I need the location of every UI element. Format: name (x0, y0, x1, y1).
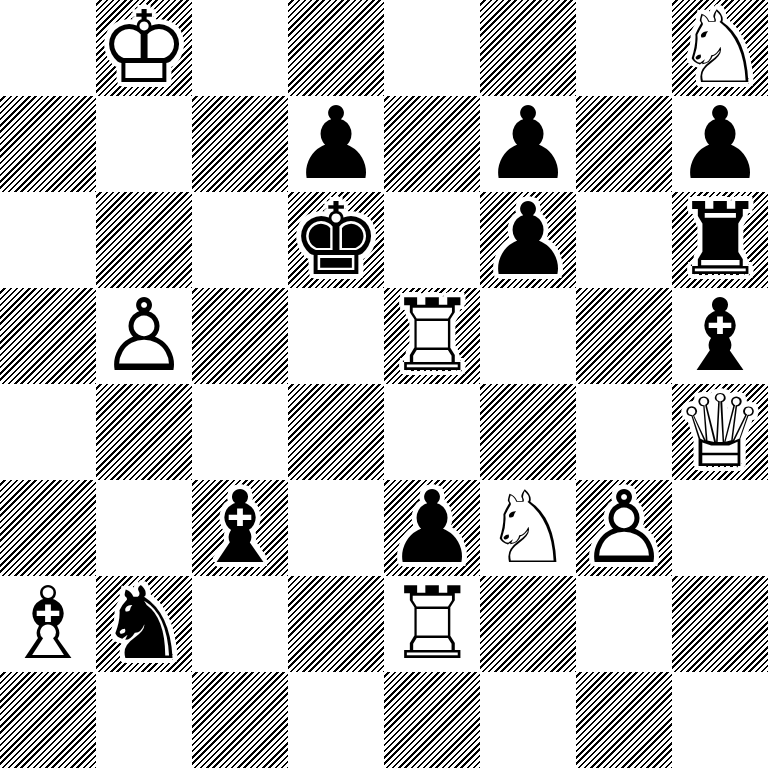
square-a7[interactable] (0, 96, 96, 192)
square-b7[interactable] (96, 96, 192, 192)
square-e5[interactable]: ♜♖ (384, 288, 480, 384)
square-h1[interactable] (672, 672, 768, 768)
square-d4[interactable] (288, 384, 384, 480)
square-d1[interactable] (288, 672, 384, 768)
square-c5[interactable] (192, 288, 288, 384)
black-bishop[interactable]: ♝♝ (192, 480, 288, 576)
square-h6[interactable]: ♜♜ (672, 192, 768, 288)
square-h2[interactable] (672, 576, 768, 672)
square-h5[interactable]: ♝♝ (672, 288, 768, 384)
white-pawn-icon: ♙ (576, 480, 672, 576)
black-rook-icon: ♜ (672, 192, 768, 288)
square-g7[interactable] (576, 96, 672, 192)
white-queen-icon: ♕ (672, 384, 768, 480)
square-e7[interactable] (384, 96, 480, 192)
square-f5[interactable] (480, 288, 576, 384)
black-pawn-icon: ♟ (384, 480, 480, 576)
square-c1[interactable] (192, 672, 288, 768)
black-knight[interactable]: ♞♞ (96, 576, 192, 672)
square-a6[interactable] (0, 192, 96, 288)
black-bishop-icon: ♝ (672, 288, 768, 384)
square-d6[interactable]: ♚♚ (288, 192, 384, 288)
white-queen[interactable]: ♛♕ (672, 384, 768, 480)
square-f7[interactable]: ♟♟ (480, 96, 576, 192)
square-e2[interactable]: ♜♖ (384, 576, 480, 672)
square-g3[interactable]: ♟♙ (576, 480, 672, 576)
square-a4[interactable] (0, 384, 96, 480)
white-rook[interactable]: ♜♖ (384, 288, 480, 384)
black-king[interactable]: ♚♚ (288, 192, 384, 288)
square-g1[interactable] (576, 672, 672, 768)
white-rook-icon: ♖ (384, 576, 480, 672)
square-a2[interactable]: ♝♗ (0, 576, 96, 672)
square-a8[interactable] (0, 0, 96, 96)
square-f2[interactable] (480, 576, 576, 672)
square-a5[interactable] (0, 288, 96, 384)
square-e4[interactable] (384, 384, 480, 480)
square-d2[interactable] (288, 576, 384, 672)
black-pawn-icon: ♟ (480, 96, 576, 192)
square-g5[interactable] (576, 288, 672, 384)
square-h8[interactable]: ♞♘ (672, 0, 768, 96)
square-b2[interactable]: ♞♞ (96, 576, 192, 672)
square-g6[interactable] (576, 192, 672, 288)
black-bishop-icon: ♝ (192, 480, 288, 576)
black-pawn[interactable]: ♟♟ (288, 96, 384, 192)
square-f6[interactable]: ♟♟ (480, 192, 576, 288)
square-f4[interactable] (480, 384, 576, 480)
black-bishop[interactable]: ♝♝ (672, 288, 768, 384)
square-d3[interactable] (288, 480, 384, 576)
black-king-icon: ♚ (288, 192, 384, 288)
square-c4[interactable] (192, 384, 288, 480)
square-g4[interactable] (576, 384, 672, 480)
square-e1[interactable] (384, 672, 480, 768)
square-b4[interactable] (96, 384, 192, 480)
square-h4[interactable]: ♛♕ (672, 384, 768, 480)
square-d7[interactable]: ♟♟ (288, 96, 384, 192)
square-d5[interactable] (288, 288, 384, 384)
square-d8[interactable] (288, 0, 384, 96)
white-bishop[interactable]: ♝♗ (0, 576, 96, 672)
square-f8[interactable] (480, 0, 576, 96)
square-h7[interactable]: ♟♟ (672, 96, 768, 192)
square-b1[interactable] (96, 672, 192, 768)
square-g2[interactable] (576, 576, 672, 672)
square-e3[interactable]: ♟♟ (384, 480, 480, 576)
white-knight[interactable]: ♞♘ (672, 0, 768, 96)
white-bishop-icon: ♗ (0, 576, 96, 672)
white-rook[interactable]: ♜♖ (384, 576, 480, 672)
white-knight-icon: ♘ (672, 0, 768, 96)
white-knight-icon: ♘ (480, 480, 576, 576)
square-e8[interactable] (384, 0, 480, 96)
chess-board: ♚♔♞♘♟♟♟♟♟♟♚♚♟♟♜♜♟♙♜♖♝♝♛♕♝♝♟♟♞♘♟♙♝♗♞♞♜♖ (0, 0, 768, 768)
square-c6[interactable] (192, 192, 288, 288)
black-pawn-icon: ♟ (480, 192, 576, 288)
square-b8[interactable]: ♚♔ (96, 0, 192, 96)
white-knight[interactable]: ♞♘ (480, 480, 576, 576)
white-rook-icon: ♖ (384, 288, 480, 384)
square-f1[interactable] (480, 672, 576, 768)
square-b3[interactable] (96, 480, 192, 576)
square-c3[interactable]: ♝♝ (192, 480, 288, 576)
white-pawn[interactable]: ♟♙ (96, 288, 192, 384)
square-g8[interactable] (576, 0, 672, 96)
square-a1[interactable] (0, 672, 96, 768)
white-pawn-icon: ♙ (96, 288, 192, 384)
white-pawn[interactable]: ♟♙ (576, 480, 672, 576)
square-c7[interactable] (192, 96, 288, 192)
square-c2[interactable] (192, 576, 288, 672)
black-pawn-icon: ♟ (672, 96, 768, 192)
black-pawn-icon: ♟ (288, 96, 384, 192)
black-rook[interactable]: ♜♜ (672, 192, 768, 288)
black-pawn[interactable]: ♟♟ (480, 192, 576, 288)
black-pawn[interactable]: ♟♟ (384, 480, 480, 576)
black-pawn[interactable]: ♟♟ (480, 96, 576, 192)
black-knight-icon: ♞ (96, 576, 192, 672)
black-pawn[interactable]: ♟♟ (672, 96, 768, 192)
square-h3[interactable] (672, 480, 768, 576)
square-c8[interactable] (192, 0, 288, 96)
square-e6[interactable] (384, 192, 480, 288)
white-king-icon: ♔ (96, 0, 192, 96)
square-b5[interactable]: ♟♙ (96, 288, 192, 384)
square-f3[interactable]: ♞♘ (480, 480, 576, 576)
square-a3[interactable] (0, 480, 96, 576)
white-king[interactable]: ♚♔ (96, 0, 192, 96)
square-b6[interactable] (96, 192, 192, 288)
